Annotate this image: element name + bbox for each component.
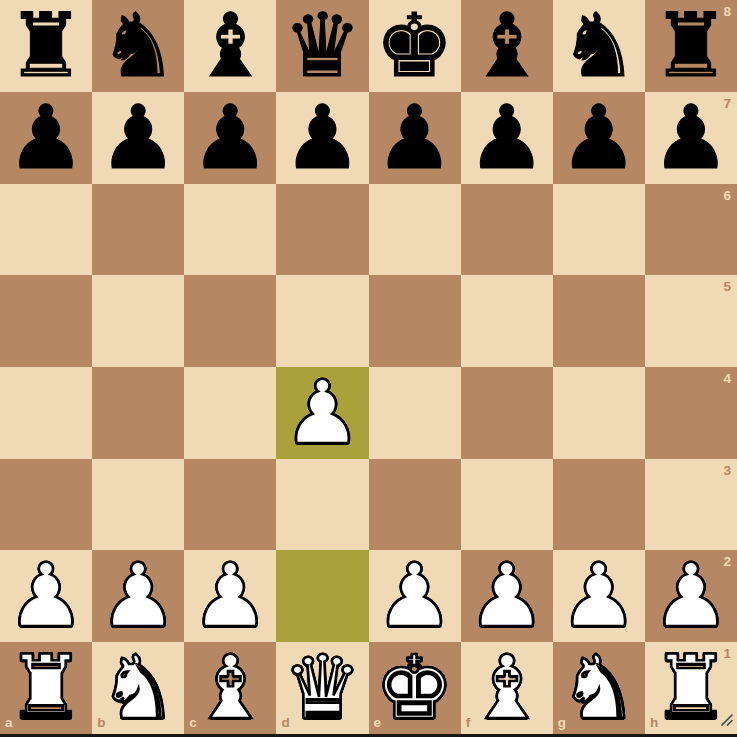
piece-black-pawn[interactable]: ♟ <box>7 92 86 184</box>
square-e2[interactable]: ♟ <box>369 550 461 642</box>
square-f6[interactable] <box>461 184 553 275</box>
piece-white-king[interactable]: ♚ <box>375 642 454 734</box>
piece-white-pawn[interactable]: ♟ <box>651 550 730 642</box>
piece-white-pawn[interactable]: ♟ <box>467 550 546 642</box>
chess-app-page: ♜♞♝♛♚♝♞♜8♟♟♟♟♟♟♟♟765♟43♟♟♟♟♟♟♟2♜a♞b♝c♛d♚… <box>0 0 737 737</box>
square-f3[interactable] <box>461 459 553 550</box>
square-h5[interactable]: 5 <box>645 275 737 366</box>
piece-black-bishop[interactable]: ♝ <box>191 0 270 92</box>
square-b3[interactable] <box>92 459 184 550</box>
square-g3[interactable] <box>553 459 645 550</box>
square-d1[interactable]: ♛d <box>276 642 368 734</box>
piece-black-bishop[interactable]: ♝ <box>467 0 546 92</box>
coord-rank-4: 4 <box>723 372 731 386</box>
piece-white-pawn[interactable]: ♟ <box>99 550 178 642</box>
square-c3[interactable] <box>184 459 276 550</box>
square-a4[interactable] <box>0 367 92 459</box>
square-g2[interactable]: ♟ <box>553 550 645 642</box>
square-h2[interactable]: ♟2 <box>645 550 737 642</box>
piece-white-pawn[interactable]: ♟ <box>7 550 86 642</box>
coord-rank-6: 6 <box>723 189 731 203</box>
square-f7[interactable]: ♟ <box>461 92 553 184</box>
piece-white-pawn[interactable]: ♟ <box>191 550 270 642</box>
square-g7[interactable]: ♟ <box>553 92 645 184</box>
piece-white-rook[interactable]: ♜ <box>7 642 86 734</box>
square-a1[interactable]: ♜a <box>0 642 92 734</box>
square-c8[interactable]: ♝ <box>184 0 276 92</box>
coord-rank-5: 5 <box>723 280 731 294</box>
piece-black-knight[interactable]: ♞ <box>559 0 638 92</box>
square-h6[interactable]: 6 <box>645 184 737 275</box>
piece-black-pawn[interactable]: ♟ <box>559 92 638 184</box>
coord-rank-3: 3 <box>723 464 731 478</box>
square-a5[interactable] <box>0 275 92 366</box>
square-f8[interactable]: ♝ <box>461 0 553 92</box>
square-d4[interactable]: ♟ <box>276 367 368 459</box>
square-d5[interactable] <box>276 275 368 366</box>
piece-white-pawn[interactable]: ♟ <box>283 367 362 459</box>
board-resize-grip-icon[interactable] <box>719 712 735 728</box>
square-h4[interactable]: 4 <box>645 367 737 459</box>
square-b6[interactable] <box>92 184 184 275</box>
piece-black-pawn[interactable]: ♟ <box>467 92 546 184</box>
piece-white-pawn[interactable]: ♟ <box>559 550 638 642</box>
square-e5[interactable] <box>369 275 461 366</box>
square-d2[interactable] <box>276 550 368 642</box>
square-h7[interactable]: ♟7 <box>645 92 737 184</box>
piece-black-pawn[interactable]: ♟ <box>283 92 362 184</box>
square-f5[interactable] <box>461 275 553 366</box>
square-c4[interactable] <box>184 367 276 459</box>
square-f2[interactable]: ♟ <box>461 550 553 642</box>
square-d8[interactable]: ♛ <box>276 0 368 92</box>
square-g1[interactable]: ♞g <box>553 642 645 734</box>
chess-board: ♜♞♝♛♚♝♞♜8♟♟♟♟♟♟♟♟765♟43♟♟♟♟♟♟♟2♜a♞b♝c♛d♚… <box>0 0 737 734</box>
square-c7[interactable]: ♟ <box>184 92 276 184</box>
piece-black-pawn[interactable]: ♟ <box>99 92 178 184</box>
piece-black-rook[interactable]: ♜ <box>7 0 86 92</box>
piece-black-rook[interactable]: ♜ <box>651 0 730 92</box>
square-e4[interactable] <box>369 367 461 459</box>
piece-black-pawn[interactable]: ♟ <box>191 92 270 184</box>
piece-black-queen[interactable]: ♛ <box>283 0 362 92</box>
square-d3[interactable] <box>276 459 368 550</box>
square-c1[interactable]: ♝c <box>184 642 276 734</box>
square-a6[interactable] <box>0 184 92 275</box>
square-d6[interactable] <box>276 184 368 275</box>
square-a3[interactable] <box>0 459 92 550</box>
piece-black-pawn[interactable]: ♟ <box>651 92 730 184</box>
square-c5[interactable] <box>184 275 276 366</box>
square-b4[interactable] <box>92 367 184 459</box>
square-b1[interactable]: ♞b <box>92 642 184 734</box>
piece-white-bishop[interactable]: ♝ <box>191 642 270 734</box>
square-b7[interactable]: ♟ <box>92 92 184 184</box>
square-d7[interactable]: ♟ <box>276 92 368 184</box>
square-e7[interactable]: ♟ <box>369 92 461 184</box>
square-h8[interactable]: ♜8 <box>645 0 737 92</box>
square-a8[interactable]: ♜ <box>0 0 92 92</box>
piece-white-knight[interactable]: ♞ <box>99 642 178 734</box>
square-a2[interactable]: ♟ <box>0 550 92 642</box>
piece-white-knight[interactable]: ♞ <box>559 642 638 734</box>
square-b2[interactable]: ♟ <box>92 550 184 642</box>
piece-white-bishop[interactable]: ♝ <box>467 642 546 734</box>
square-c6[interactable] <box>184 184 276 275</box>
square-c2[interactable]: ♟ <box>184 550 276 642</box>
square-f1[interactable]: ♝f <box>461 642 553 734</box>
square-f4[interactable] <box>461 367 553 459</box>
square-b5[interactable] <box>92 275 184 366</box>
square-e1[interactable]: ♚e <box>369 642 461 734</box>
piece-black-king[interactable]: ♚ <box>375 0 454 92</box>
square-g5[interactable] <box>553 275 645 366</box>
square-b8[interactable]: ♞ <box>92 0 184 92</box>
piece-white-queen[interactable]: ♛ <box>283 642 362 734</box>
square-e8[interactable]: ♚ <box>369 0 461 92</box>
square-g6[interactable] <box>553 184 645 275</box>
piece-black-pawn[interactable]: ♟ <box>375 92 454 184</box>
square-g8[interactable]: ♞ <box>553 0 645 92</box>
square-g4[interactable] <box>553 367 645 459</box>
piece-black-knight[interactable]: ♞ <box>99 0 178 92</box>
square-a7[interactable]: ♟ <box>0 92 92 184</box>
square-e3[interactable] <box>369 459 461 550</box>
square-e6[interactable] <box>369 184 461 275</box>
piece-white-pawn[interactable]: ♟ <box>375 550 454 642</box>
square-h3[interactable]: 3 <box>645 459 737 550</box>
